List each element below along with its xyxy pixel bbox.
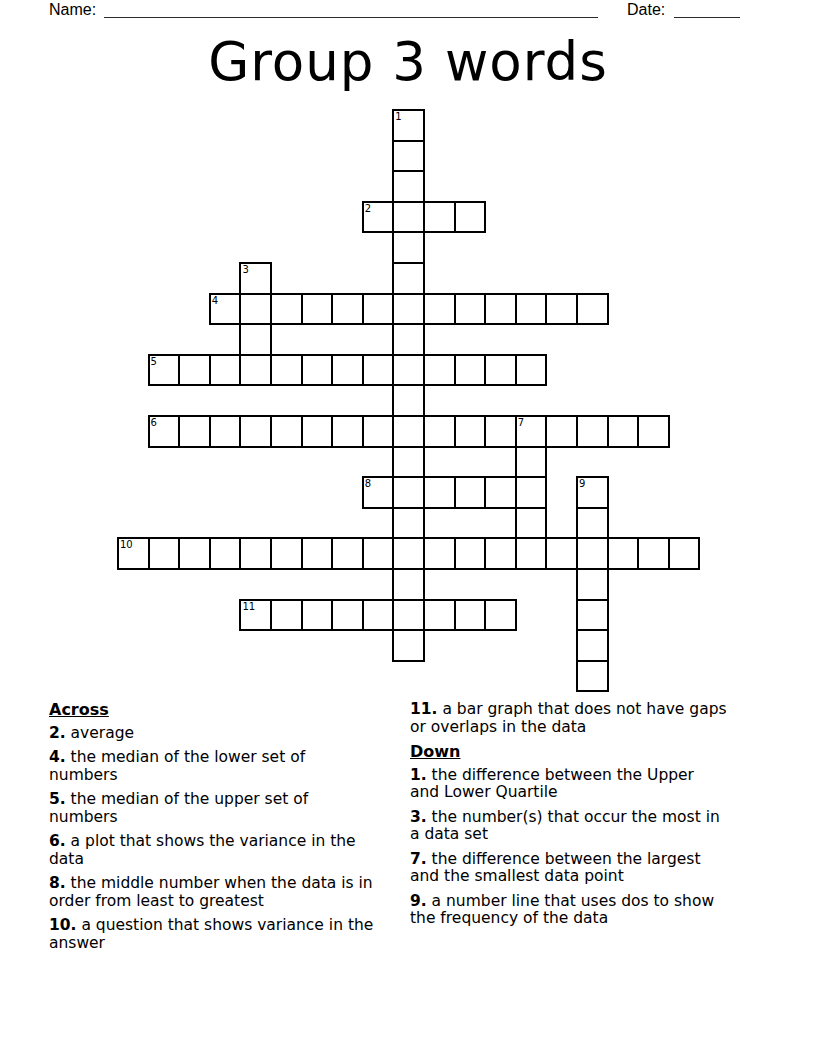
grid-cell[interactable] [332,600,363,631]
grid-cell[interactable] [393,600,424,631]
clue: 6. a plot that shows the variance in the… [49,833,405,868]
grid-cell[interactable] [332,355,363,386]
grid-cell[interactable] [393,324,424,355]
grid-cell[interactable] [240,324,271,355]
grid-cell[interactable] [393,447,424,478]
clue-number: 8 [365,478,371,489]
grid-cell[interactable] [669,538,700,569]
grid-cell[interactable] [638,538,669,569]
grid-cell[interactable] [455,202,486,233]
clue-number: 2 [365,203,371,214]
clue: 9. a number line that uses dos to showth… [410,893,754,928]
grid-cell[interactable] [516,477,547,508]
page-title: Group 3 words [0,31,816,93]
grid-cell[interactable] [516,447,547,478]
clue-number: 11 [242,601,255,612]
grid-cell[interactable] [577,416,608,447]
grid-cell[interactable] [393,508,424,539]
grid-cell[interactable] [393,416,424,447]
down-clues-list: 1. the difference between the Upperand L… [410,767,754,928]
clue: 2. average [49,725,405,743]
clue: 7. the difference between the largestand… [410,851,754,886]
grid-cell[interactable] [210,355,241,386]
grid-cell[interactable] [393,294,424,325]
crossword-grid: 1234567891011 [118,110,699,691]
grid-cell[interactable] [240,355,271,386]
down-clues-column: 11. a bar graph that does not have gapso… [410,701,754,935]
grid-cell[interactable] [240,538,271,569]
grid-cell[interactable] [424,477,455,508]
grid-cell[interactable] [179,355,210,386]
grid-cell[interactable]: 6 [149,416,180,447]
grid-cell[interactable] [546,294,577,325]
grid-cell[interactable] [577,600,608,631]
across-clues-column: Across 2. average4. the median of the lo… [49,701,405,959]
grid-cell[interactable] [332,294,363,325]
clue-number: 10 [120,539,133,550]
grid-cell[interactable] [393,477,424,508]
grid-cell[interactable] [546,538,577,569]
grid-cell[interactable] [516,538,547,569]
clue-number: 6 [151,417,157,428]
clue: 5. the median of the upper set ofnumbers [49,791,405,826]
grid-cell[interactable] [393,569,424,600]
grid-cell[interactable] [455,600,486,631]
grid-cell[interactable] [393,263,424,294]
grid-cell[interactable] [424,600,455,631]
grid-cell[interactable] [424,294,455,325]
name-label: Name: [49,1,96,19]
grid-cell[interactable] [608,416,639,447]
grid-cell[interactable] [577,630,608,661]
clue-number: 5 [151,356,157,367]
grid-cell[interactable] [393,355,424,386]
grid-cell[interactable] [577,569,608,600]
grid-cell[interactable]: 5 [149,355,180,386]
grid-cell[interactable] [363,538,394,569]
grid-cell[interactable] [424,538,455,569]
grid-cell[interactable] [577,661,608,692]
grid-cell[interactable] [455,416,486,447]
grid-cell[interactable] [363,355,394,386]
grid-cell[interactable] [393,141,424,172]
grid-cell[interactable] [455,538,486,569]
grid-cell[interactable] [302,600,333,631]
worksheet-page: Name: Date: Group 3 words 1234567891011 … [0,0,816,1056]
grid-cell[interactable]: 7 [516,416,547,447]
grid-cell[interactable] [485,294,516,325]
down-heading: Down [410,743,754,761]
clue-number: 3 [242,264,248,275]
grid-cell[interactable] [393,171,424,202]
grid-cell[interactable] [271,294,302,325]
grid-cell[interactable] [424,202,455,233]
grid-cell[interactable] [271,600,302,631]
clue: 8. the middle number when the data is in… [49,875,405,910]
grid-cell[interactable] [608,538,639,569]
grid-cell[interactable] [485,600,516,631]
grid-cell[interactable] [577,294,608,325]
grid-cell[interactable] [455,355,486,386]
grid-cell[interactable] [393,538,424,569]
grid-cell[interactable] [393,232,424,263]
grid-cell[interactable] [516,355,547,386]
grid-cell[interactable] [485,355,516,386]
grid-cell[interactable] [332,416,363,447]
grid-cell[interactable] [485,538,516,569]
grid-cell[interactable] [546,416,577,447]
grid-cell[interactable]: 2 [363,202,394,233]
grid-cell[interactable] [302,355,333,386]
across-overflow-list: 11. a bar graph that does not have gapso… [410,701,754,736]
grid-cell[interactable] [179,416,210,447]
grid-cell[interactable] [393,385,424,416]
grid-cell[interactable] [638,416,669,447]
grid-cell[interactable] [424,355,455,386]
grid-cell[interactable] [455,477,486,508]
date-label: Date: [627,1,665,19]
clue-number: 9 [579,478,585,489]
grid-cell[interactable] [302,294,333,325]
grid-cell[interactable] [424,416,455,447]
grid-cell[interactable] [455,294,486,325]
grid-cell[interactable] [516,508,547,539]
grid-cell[interactable] [302,538,333,569]
grid-cell[interactable] [240,416,271,447]
grid-cell[interactable]: 10 [118,538,149,569]
clue-number: 7 [518,417,524,428]
grid-cell[interactable] [393,202,424,233]
across-heading: Across [49,701,405,719]
grid-cell[interactable] [210,416,241,447]
clue: 3. the number(s) that occur the most ina… [410,809,754,844]
date-blank-line [674,0,740,18]
grid-cell[interactable] [332,538,363,569]
grid-cell[interactable] [485,477,516,508]
grid-cell[interactable]: 8 [363,477,394,508]
grid-cell[interactable]: 3 [240,263,271,294]
clue: 10. a question that shows variance in th… [49,917,405,952]
grid-cell[interactable] [363,600,394,631]
clue-number: 4 [212,295,218,306]
grid-cell[interactable] [240,294,271,325]
grid-cell[interactable] [393,630,424,661]
grid-cell[interactable] [363,294,394,325]
grid-cell[interactable] [577,538,608,569]
grid-cell[interactable] [179,538,210,569]
grid-cell[interactable] [210,538,241,569]
grid-cell[interactable] [149,538,180,569]
clue-number: 1 [395,111,401,122]
name-blank-line [104,0,598,18]
grid-cell[interactable] [485,416,516,447]
grid-cell[interactable] [271,538,302,569]
grid-cell[interactable] [363,416,394,447]
grid-cell[interactable]: 1 [393,110,424,141]
grid-cell[interactable] [271,355,302,386]
grid-cell[interactable] [302,416,333,447]
grid-cell[interactable]: 9 [577,477,608,508]
clue: 1. the difference between the Upperand L… [410,767,754,802]
clue: 11. a bar graph that does not have gapso… [410,701,754,736]
grid-cell[interactable] [271,416,302,447]
clue: 4. the median of the lower set ofnumbers [49,749,405,784]
across-clues-list: 2. average4. the median of the lower set… [49,725,405,953]
grid-cell[interactable]: 4 [210,294,241,325]
grid-cell[interactable] [577,508,608,539]
grid-cell[interactable]: 11 [240,600,271,631]
grid-cell[interactable] [516,294,547,325]
